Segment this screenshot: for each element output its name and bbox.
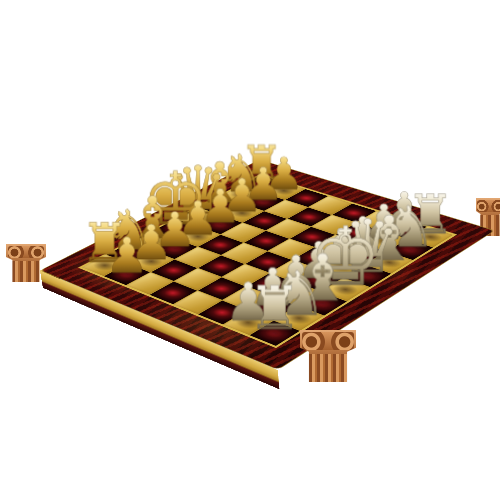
chess-set-photo: ♜♟♟♜♞♟♟♞♝♟♟♝♛♟♟♛♚♟♟♚♝♟♟♝♞♟♟♞♜♟♟♜ <box>0 0 500 500</box>
chess-board: ♜♟♟♜♞♟♟♞♝♟♟♝♛♟♟♛♚♟♟♚♝♟♟♝♞♟♟♞♜♟♟♜ <box>93 76 443 426</box>
board-frame: ♜♟♟♜♞♟♟♞♝♟♟♝♛♟♟♛♚♟♟♚♝♟♟♝♞♟♟♞♜♟♟♜ <box>40 160 495 370</box>
piece-white-pawn[interactable]: ♟ <box>105 230 149 279</box>
piece-black-rook[interactable]: ♜ <box>248 279 302 339</box>
board-3d-plane: ♜♟♟♜♞♟♟♞♝♟♟♝♛♟♟♛♚♟♟♚♝♟♟♝♞♟♟♞♜♟♟♜ <box>40 160 495 370</box>
